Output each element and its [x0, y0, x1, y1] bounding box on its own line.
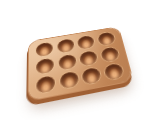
product-photo-stage	[0, 0, 150, 120]
muffin-cup-r3c4	[103, 63, 123, 81]
muffin-cup-r3c3	[82, 66, 102, 84]
muffin-cup-r1c2	[57, 38, 75, 53]
photo-scene	[0, 0, 150, 120]
muffin-cup-r3c2	[59, 71, 79, 89]
muffin-cup-r1c4	[97, 32, 115, 47]
muffin-cup-r2c1	[36, 58, 54, 75]
muffin-cup-r2c4	[100, 46, 119, 62]
muffin-cup-r2c3	[79, 50, 98, 66]
cups-grid	[29, 27, 133, 101]
muffin-pan	[29, 27, 133, 101]
muffin-cup-r1c3	[77, 35, 95, 50]
muffin-cup-r1c1	[36, 42, 53, 58]
muffin-cup-r3c1	[37, 75, 56, 94]
muffin-cup-r2c2	[58, 54, 77, 71]
